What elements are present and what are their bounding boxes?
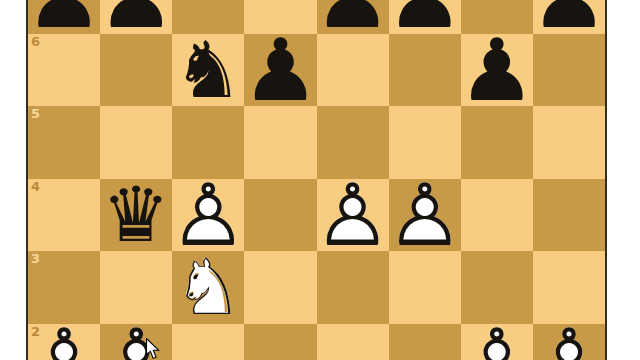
square-e7[interactable]: ♟: [317, 0, 389, 34]
piece-outline: ♙: [530, 310, 607, 360]
square-e6[interactable]: [317, 34, 389, 107]
square-a4[interactable]: 4: [28, 179, 100, 252]
piece-outline: ♙: [98, 310, 175, 360]
square-b6[interactable]: [100, 34, 172, 107]
square-f7[interactable]: ♟: [389, 0, 461, 34]
square-a2[interactable]: 2♟♙: [28, 324, 100, 360]
board-viewport: ♟♟♟♟♟6♞♟♟54♛♟♙♟♙♟♙3♞♘2♟♙♟♙♟♙♟♙: [0, 0, 640, 360]
piece-outline: ♙: [458, 310, 535, 360]
square-b7[interactable]: ♟: [100, 0, 172, 34]
square-e2[interactable]: [317, 324, 389, 360]
square-h6[interactable]: [533, 34, 605, 107]
square-g4[interactable]: [461, 179, 533, 252]
square-c2[interactable]: [172, 324, 244, 360]
piece-outline: ♙: [386, 165, 463, 265]
square-c3[interactable]: ♞♘: [172, 251, 244, 324]
square-b2[interactable]: ♟♙: [100, 324, 172, 360]
square-a5[interactable]: 5: [28, 106, 100, 179]
piece-white-pawn-e4[interactable]: ♟♙: [314, 172, 391, 258]
piece-outline: ♘: [173, 242, 243, 332]
piece-white-pawn-g2[interactable]: ♟♙: [458, 317, 535, 360]
square-g5[interactable]: [461, 106, 533, 179]
piece-white-pawn-b2[interactable]: ♟♙: [98, 317, 175, 360]
rank-label-3: 3: [31, 252, 40, 265]
rank-label-5: 5: [31, 107, 40, 120]
piece-black-queen-b4[interactable]: ♛: [102, 177, 170, 253]
square-f6[interactable]: [389, 34, 461, 107]
square-f3[interactable]: [389, 251, 461, 324]
piece-black-pawn-d6[interactable]: ♟: [242, 27, 319, 113]
piece-outline: ♙: [314, 165, 391, 265]
piece-outline: ♙: [26, 310, 103, 360]
square-c6[interactable]: ♞: [172, 34, 244, 107]
piece-black-pawn-g6[interactable]: ♟: [458, 27, 535, 113]
piece-white-pawn-a2[interactable]: ♟♙: [26, 317, 103, 360]
piece-white-pawn-f4[interactable]: ♟♙: [386, 172, 463, 258]
piece-black-knight-c6[interactable]: ♞: [173, 31, 243, 109]
square-b5[interactable]: [100, 106, 172, 179]
piece-white-knight-c3[interactable]: ♞♘: [173, 248, 243, 326]
square-h2[interactable]: ♟♙: [533, 324, 605, 360]
square-e3[interactable]: [317, 251, 389, 324]
square-f4[interactable]: ♟♙: [389, 179, 461, 252]
square-g6[interactable]: ♟: [461, 34, 533, 107]
rank-label-4: 4: [31, 180, 40, 193]
square-d3[interactable]: [244, 251, 316, 324]
square-a7[interactable]: ♟: [28, 0, 100, 34]
square-c4[interactable]: ♟♙: [172, 179, 244, 252]
square-a6[interactable]: 6: [28, 34, 100, 107]
square-d2[interactable]: [244, 324, 316, 360]
square-h5[interactable]: [533, 106, 605, 179]
square-e4[interactable]: ♟♙: [317, 179, 389, 252]
square-f2[interactable]: [389, 324, 461, 360]
square-d5[interactable]: [244, 106, 316, 179]
square-g2[interactable]: ♟♙: [461, 324, 533, 360]
square-d4[interactable]: [244, 179, 316, 252]
rank-label-6: 6: [31, 35, 40, 48]
square-h7[interactable]: ♟: [533, 0, 605, 34]
chess-board: ♟♟♟♟♟6♞♟♟54♛♟♙♟♙♟♙3♞♘2♟♙♟♙♟♙♟♙: [26, 0, 607, 360]
square-d6[interactable]: ♟: [244, 34, 316, 107]
square-b4[interactable]: ♛: [100, 179, 172, 252]
piece-white-pawn-h2[interactable]: ♟♙: [530, 317, 607, 360]
square-h4[interactable]: [533, 179, 605, 252]
